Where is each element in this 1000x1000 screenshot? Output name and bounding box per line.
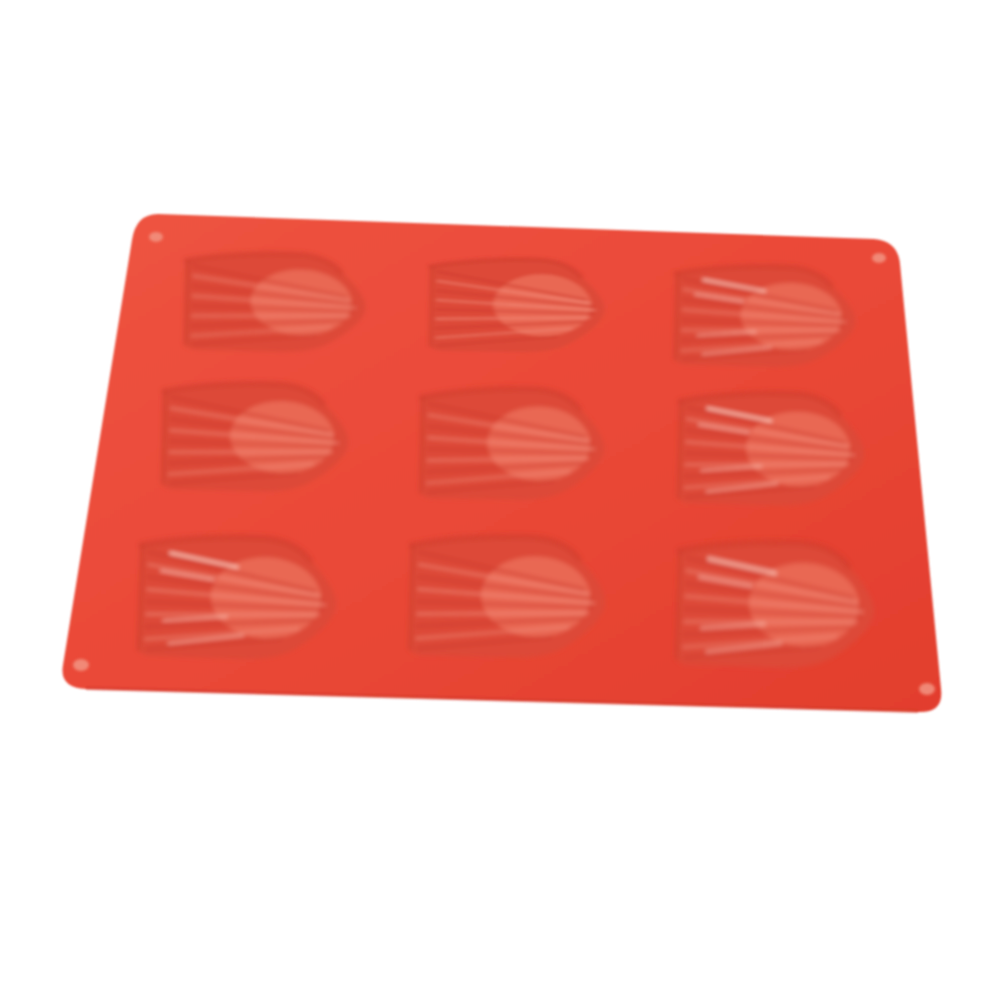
corner-hole-bottom-left [73, 659, 89, 671]
corner-hole-bottom-right [919, 683, 935, 695]
cavity-grid [136, 250, 877, 673]
corner-hole-top-left [149, 232, 163, 242]
product-photo [0, 0, 1000, 1000]
corner-hole-top-right [872, 253, 886, 263]
silicone-mold-illustration [0, 0, 1000, 1000]
